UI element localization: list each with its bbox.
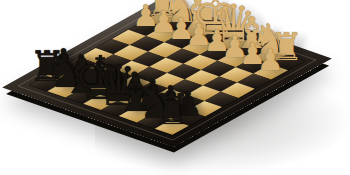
square: ♜ xyxy=(155,119,189,134)
piece-white-pawn: ♟ xyxy=(257,45,284,75)
piece-black-rook: ♜ xyxy=(153,89,191,131)
chess-set-photo: ♜♞♝♚♛♝♞♜♟♟♟♟♟♟♟♟♟♟♟♟♟♟♟♟♜♞♝♚♛♝♞♜ xyxy=(0,0,350,175)
